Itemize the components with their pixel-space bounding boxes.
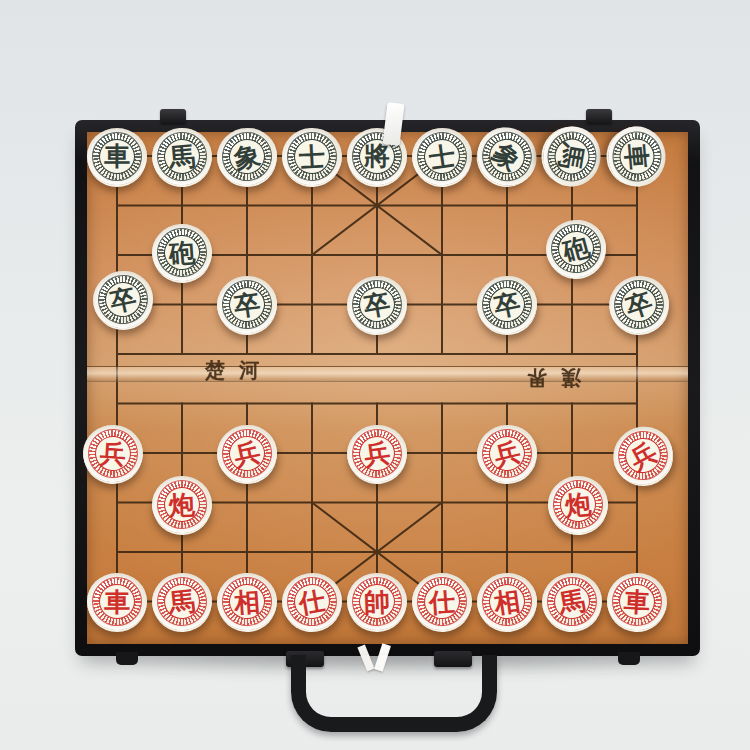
- piece-character: 兵: [362, 438, 391, 467]
- piece-face: 帥: [346, 572, 408, 631]
- piece-inner-circle: 帥: [358, 583, 395, 619]
- piece-character: 砲: [168, 238, 196, 266]
- piece-character: 馬: [168, 587, 197, 616]
- piece-face: 車: [87, 573, 147, 630]
- red-soldier[interactable]: 兵: [81, 422, 145, 483]
- piece-face: 相: [215, 571, 279, 632]
- black-soldier[interactable]: 卒: [213, 272, 280, 337]
- photo-background-wall: 楚河 漢界 車馬象士將士象馬車砲砲卒卒卒卒卒兵兵兵兵兵炮炮車馬相仕帥仕相馬車: [0, 0, 750, 750]
- red-soldier[interactable]: 兵: [471, 418, 543, 488]
- piece-face: 砲: [150, 221, 214, 282]
- piece-character: 車: [104, 143, 130, 169]
- piece-character: 士: [298, 142, 325, 169]
- piece-character: 兵: [232, 438, 263, 469]
- piece-character: 士: [427, 141, 456, 170]
- black-horse[interactable]: 馬: [150, 125, 215, 187]
- piece-face: 仕: [278, 568, 347, 635]
- black-cannon[interactable]: 砲: [540, 213, 613, 284]
- piece-character: 兵: [99, 439, 127, 467]
- piece-face: 士: [408, 124, 475, 189]
- piece-inner-circle: 車: [99, 584, 135, 619]
- piece-character: 砲: [560, 232, 592, 264]
- piece-face: 馬: [149, 570, 215, 633]
- piece-character: 卒: [232, 290, 261, 319]
- black-advisor[interactable]: 士: [281, 126, 344, 186]
- piece-face: 卒: [343, 271, 412, 338]
- red-chariot[interactable]: 車: [87, 573, 147, 630]
- red-cannon[interactable]: 炮: [151, 475, 213, 534]
- red-chariot[interactable]: 車: [606, 571, 669, 631]
- piece-face: 炮: [546, 473, 611, 535]
- red-soldier[interactable]: 兵: [343, 421, 410, 486]
- piece-inner-circle: 車: [99, 139, 135, 174]
- piece-character: 將: [364, 143, 390, 169]
- black-elephant[interactable]: 象: [212, 122, 283, 190]
- black-chariot[interactable]: 車: [87, 128, 147, 185]
- piece-face: 車: [606, 124, 668, 189]
- piece-character: 車: [623, 588, 650, 615]
- piece-character: 卒: [108, 284, 139, 315]
- piece-character: 馬: [557, 586, 587, 616]
- piece-inner-circle: 炮: [163, 486, 200, 522]
- piece-face: 砲: [540, 213, 613, 284]
- piece-character: 車: [623, 142, 651, 170]
- red-advisor[interactable]: 仕: [410, 571, 474, 632]
- red-elephant[interactable]: 相: [215, 571, 279, 632]
- red-cannon[interactable]: 炮: [546, 473, 611, 535]
- piece-face: 馬: [150, 125, 215, 187]
- black-cannon[interactable]: 砲: [150, 221, 214, 282]
- piece-face: 士: [281, 126, 344, 186]
- case-latch-right: [618, 652, 640, 665]
- piece-character: 相: [492, 587, 521, 616]
- piece-character: 卒: [492, 289, 523, 320]
- red-elephant[interactable]: 相: [473, 569, 540, 634]
- piece-face: 卒: [213, 272, 280, 337]
- piece-face: 兵: [81, 422, 145, 483]
- piece-face: 馬: [539, 122, 606, 191]
- piece-character: 卒: [623, 288, 656, 321]
- piece-face: 卒: [472, 270, 543, 338]
- black-soldier[interactable]: 卒: [88, 265, 159, 333]
- piece-character: 卒: [362, 289, 392, 319]
- piece-character: 兵: [625, 437, 660, 472]
- carry-handle: [291, 655, 497, 732]
- piece-face: 象: [212, 122, 283, 190]
- piece-character: 象: [232, 141, 263, 172]
- piece-face: 車: [87, 128, 147, 185]
- black-chariot[interactable]: 車: [606, 124, 668, 189]
- case-hinge-left: [160, 109, 186, 124]
- piece-character: 馬: [557, 141, 587, 171]
- red-horse[interactable]: 馬: [538, 568, 607, 635]
- red-general[interactable]: 帥: [346, 572, 408, 631]
- case-hinge-right: [586, 109, 612, 124]
- black-advisor[interactable]: 士: [408, 124, 475, 189]
- piece-face: 相: [473, 569, 540, 634]
- piece-character: 炮: [564, 490, 592, 518]
- piece-face: 兵: [471, 418, 543, 488]
- piece-face: 仕: [410, 571, 474, 632]
- red-soldier[interactable]: 兵: [212, 419, 283, 487]
- black-soldier[interactable]: 卒: [602, 268, 677, 341]
- piece-character: 仕: [428, 588, 456, 616]
- black-soldier[interactable]: 卒: [472, 270, 543, 338]
- piece-face: 卒: [602, 268, 677, 341]
- piece-character: 相: [233, 588, 261, 616]
- piece-face: 馬: [538, 568, 607, 635]
- piece-character: 馬: [168, 142, 196, 170]
- case-latch-left: [116, 652, 138, 665]
- piece-character: 帥: [364, 588, 391, 615]
- piece-face: 卒: [88, 265, 159, 333]
- piece-character: 兵: [491, 437, 523, 469]
- piece-face: 車: [606, 571, 669, 631]
- piece-face: 炮: [151, 475, 213, 534]
- piece-character: 炮: [169, 491, 196, 518]
- piece-character: 仕: [297, 586, 327, 616]
- black-horse[interactable]: 馬: [539, 122, 606, 191]
- red-advisor[interactable]: 仕: [278, 568, 347, 635]
- black-soldier[interactable]: 卒: [343, 271, 412, 338]
- piece-face: 兵: [212, 419, 283, 487]
- piece-face: 兵: [343, 421, 410, 486]
- piece-layer: 車馬象士將士象馬車砲砲卒卒卒卒卒兵兵兵兵兵炮炮車馬相仕帥仕相馬車: [85, 131, 670, 626]
- piece-character: 車: [104, 589, 130, 615]
- red-horse[interactable]: 馬: [149, 570, 215, 633]
